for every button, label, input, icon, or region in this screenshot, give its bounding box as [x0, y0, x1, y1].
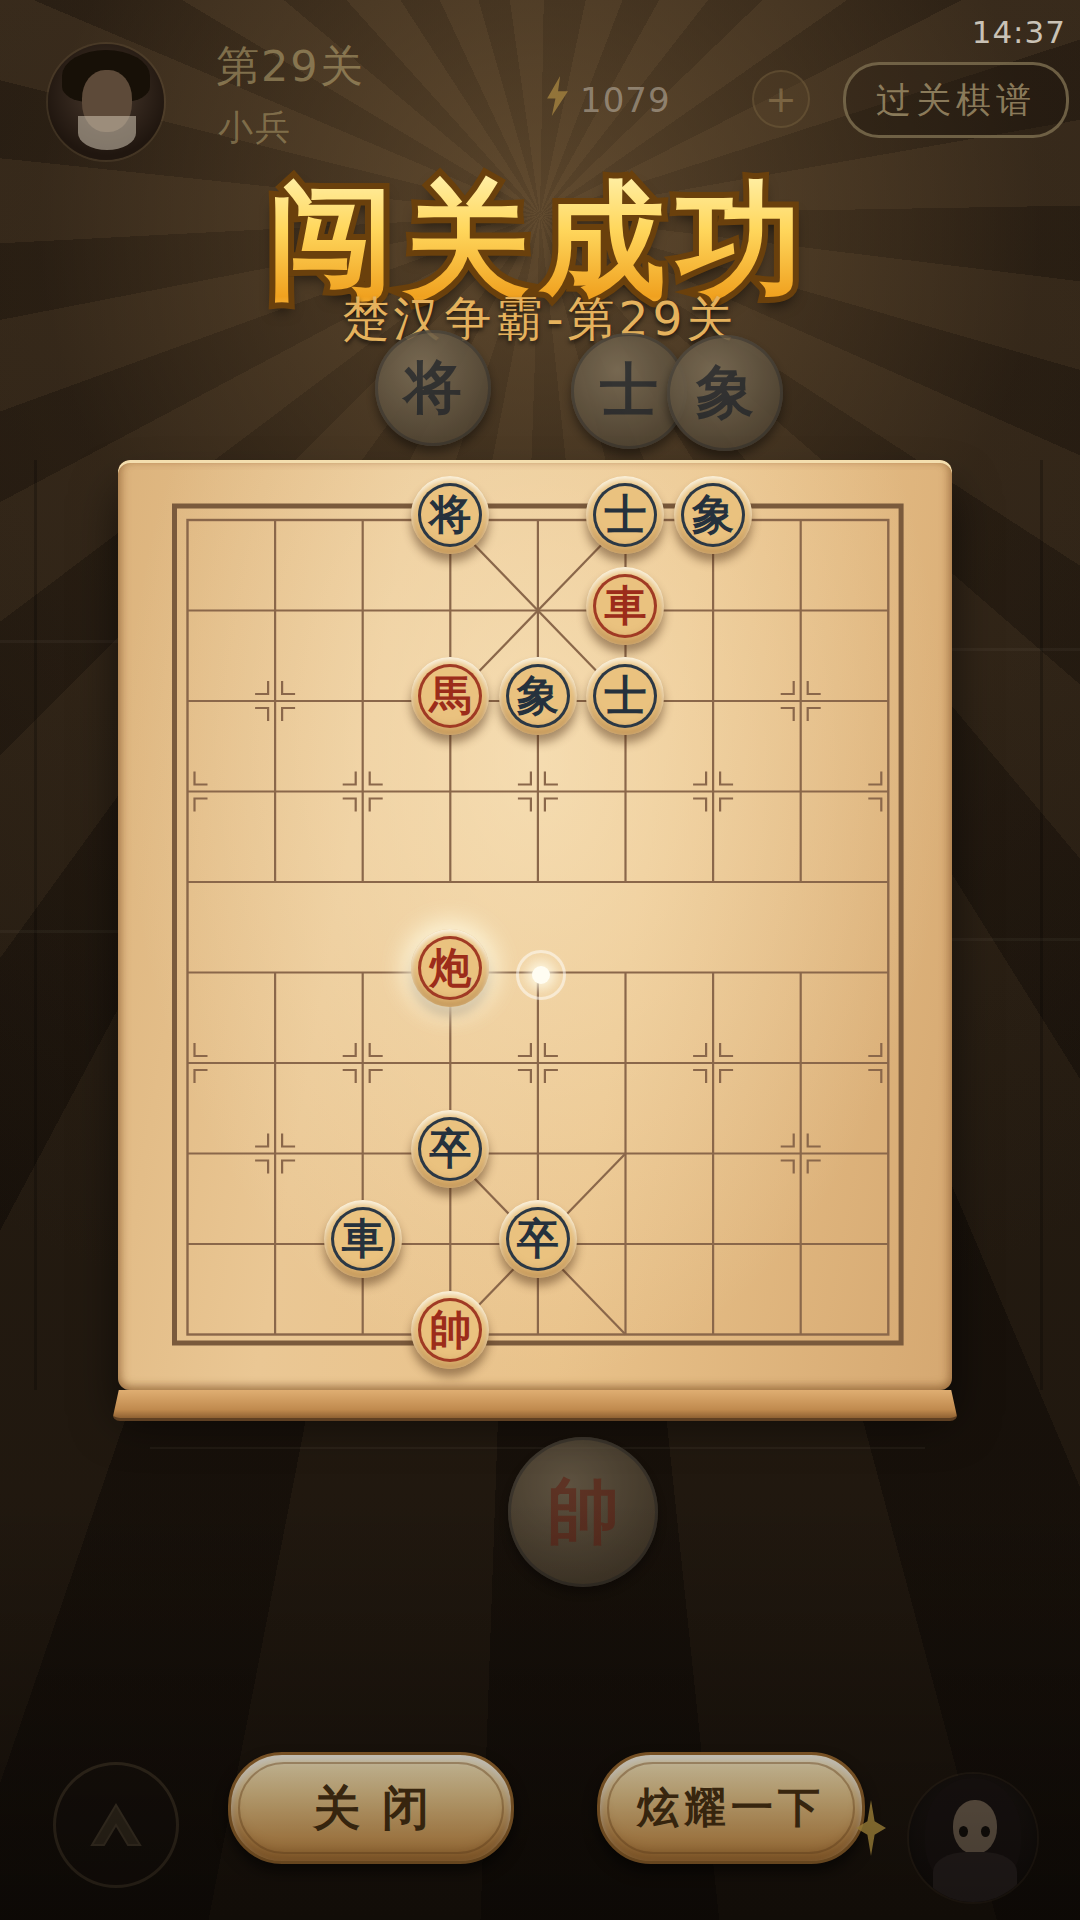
board-cell: 卒 — [494, 1199, 582, 1290]
board-cell: 象 — [494, 656, 582, 747]
wall-line — [952, 938, 1080, 941]
wall-line — [0, 640, 118, 643]
xiangqi-piece-red-horse: 馬 — [411, 657, 489, 735]
board-front-edge — [112, 1390, 958, 1421]
clock-time: 14:37 — [972, 14, 1066, 50]
level-label: 第29关 — [216, 38, 365, 96]
level-clear-screen: 14:37 第29关 小兵 1079 + 过关棋谱 闯关成功 闯关成功 楚汉争霸… — [0, 0, 1080, 1920]
ghost-piece: 象 — [667, 335, 783, 451]
stage-subtitle: 楚汉争霸-第29关 — [0, 288, 1080, 351]
ghost-piece: 将 — [375, 330, 491, 446]
energy-count: 1079 — [580, 80, 671, 120]
xiangqi-piece-black-soldier: 卒 — [499, 1200, 577, 1278]
xiangqi-piece-black-chariot: 車 — [324, 1200, 402, 1278]
board-cell: 馬 — [406, 656, 494, 747]
board-cell: 士 — [582, 656, 670, 747]
board-cell: 車 — [582, 565, 670, 656]
xiangqi-piece-black-soldier: 卒 — [411, 1110, 489, 1188]
piece-layer: 将士象車馬象士炮卒車卒帥 — [144, 475, 932, 1380]
wall-line — [0, 930, 118, 933]
plus-icon: + — [765, 77, 797, 121]
avatar-beard — [78, 116, 136, 150]
xiangqi-piece-red-chariot: 車 — [586, 567, 664, 645]
xiangqi-piece-black-elephant: 象 — [674, 476, 752, 554]
board-cell: 炮 — [406, 927, 494, 1018]
background-board-line — [150, 1447, 925, 1449]
xiangqi-piece-red-cannon: 炮 — [411, 929, 489, 1007]
wall-seam — [1040, 460, 1043, 1390]
board-cell: 卒 — [406, 1108, 494, 1199]
board-cell: 象 — [669, 475, 757, 566]
board-cell: 帥 — [406, 1289, 494, 1380]
rank-label: 小兵 — [218, 104, 292, 151]
board-cell: 車 — [319, 1199, 407, 1290]
xiangqi-piece-red-general: 帥 — [411, 1291, 489, 1369]
bottom-vignette — [0, 1500, 1080, 1920]
player-avatar[interactable] — [48, 44, 164, 160]
level-record-button[interactable]: 过关棋谱 — [843, 62, 1069, 138]
level-record-label: 过关棋谱 — [876, 77, 1036, 124]
xiangqi-piece-black-general: 将 — [411, 476, 489, 554]
add-energy-button[interactable]: + — [752, 70, 810, 128]
xiangqi-piece-black-advisor: 士 — [586, 657, 664, 735]
board-cell: 士 — [582, 475, 670, 566]
xiangqi-piece-black-advisor: 士 — [586, 476, 664, 554]
wall-seam — [34, 460, 37, 1390]
board-cell: 将 — [406, 475, 494, 566]
wall-line — [952, 648, 1080, 651]
xiangqi-piece-black-elephant: 象 — [499, 657, 577, 735]
